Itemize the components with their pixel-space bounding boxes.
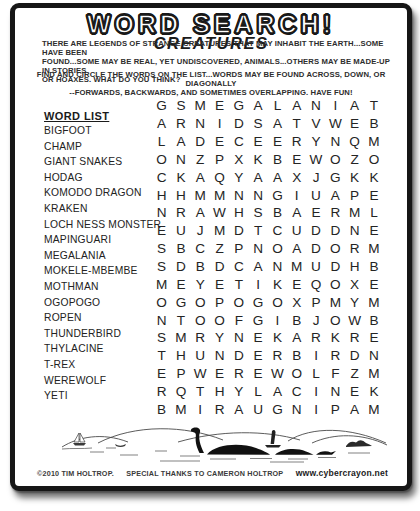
- grid-cell-r18c1[interactable]: B: [152, 400, 171, 418]
- grid-cell-r8c11[interactable]: N: [345, 222, 364, 240]
- grid-cell-r11c2[interactable]: E: [171, 275, 190, 293]
- loch-ness-illustration: [60, 418, 390, 466]
- grid-cell-r5c5[interactable]: Y: [229, 168, 248, 186]
- grid-cell-r13c12[interactable]: B: [364, 311, 383, 329]
- word-list-item: THUNDERBIRD: [44, 326, 161, 342]
- grid-cell-r16c8[interactable]: O: [287, 365, 306, 383]
- grid-cell-r5c2[interactable]: K: [171, 168, 190, 186]
- grid-cell-r1c1[interactable]: G: [152, 97, 171, 115]
- grid-cell-r9c8[interactable]: A: [287, 240, 306, 258]
- word-list-item: BIGFOOT: [44, 123, 161, 139]
- grid-cell-r11c10[interactable]: O: [326, 275, 345, 293]
- grid-cell-r12c1[interactable]: O: [152, 293, 171, 311]
- grid-cell-r15c12[interactable]: N: [364, 347, 383, 365]
- instructions-line-2: --FORWARDS, BACKWARDS, AND SOMETIMES OVE…: [25, 88, 397, 97]
- grid-cell-r15c2[interactable]: H: [171, 347, 190, 365]
- grid-cell-r2c12[interactable]: B: [364, 115, 383, 133]
- grid-cell-r10c11[interactable]: H: [345, 258, 364, 276]
- grid-cell-r1c2[interactable]: S: [171, 97, 190, 115]
- grid-cell-r3c12[interactable]: M: [364, 133, 383, 151]
- grid-cell-r6c8[interactable]: I: [287, 186, 306, 204]
- grid-cell-r9c4[interactable]: Z: [210, 240, 229, 258]
- grid-cell-r16c12[interactable]: M: [364, 365, 383, 383]
- grid-cell-r12c3[interactable]: O: [191, 293, 210, 311]
- grid-cell-r2c8[interactable]: T: [287, 115, 306, 133]
- grid-cell-r2c4[interactable]: I: [210, 115, 229, 133]
- grid-cell-r8c3[interactable]: J: [191, 222, 210, 240]
- grid-cell-r14c2[interactable]: M: [171, 329, 190, 347]
- word-list-item: THYLACINE: [44, 341, 161, 357]
- grid-cell-r14c10[interactable]: K: [326, 329, 345, 347]
- grid-cell-r5c7[interactable]: A: [268, 168, 287, 186]
- grid-cell-r6c10[interactable]: A: [326, 186, 345, 204]
- nessie-neck-head: [191, 427, 204, 453]
- grid-cell-r16c11[interactable]: Z: [345, 365, 364, 383]
- word-list-item: YETI: [44, 388, 161, 404]
- grid-cell-r13c4[interactable]: O: [210, 311, 229, 329]
- grid-cell-r10c3[interactable]: B: [191, 258, 210, 276]
- grid-cell-r16c3[interactable]: W: [191, 365, 210, 383]
- word-list-item: MEGALANIA: [44, 248, 161, 264]
- grid-cell-r15c11[interactable]: D: [345, 347, 364, 365]
- grid-cell-r10c10[interactable]: D: [326, 258, 345, 276]
- grid-cell-r11c9[interactable]: Q: [306, 275, 325, 293]
- grid-cell-r9c3[interactable]: C: [191, 240, 210, 258]
- word-list: BIGFOOTCHAMPGIANT SNAKESHODAGKOMODO DRAG…: [44, 123, 161, 404]
- grid-cell-r18c2[interactable]: M: [171, 400, 190, 418]
- grid-cell-r17c10[interactable]: N: [326, 383, 345, 401]
- grid-cell-r18c9[interactable]: I: [306, 400, 325, 418]
- grid-cell-r14c12[interactable]: E: [364, 329, 383, 347]
- grid-cell-r14c8[interactable]: A: [287, 329, 306, 347]
- grid-cell-r3c1[interactable]: L: [152, 133, 171, 151]
- grid-cell-r7c2[interactable]: R: [171, 204, 190, 222]
- word-list-item: MAPINGUARI: [44, 232, 161, 248]
- grid-cell-r5c4[interactable]: Q: [210, 168, 229, 186]
- grid-cell-r1c9[interactable]: N: [306, 97, 325, 115]
- grid-cell-r16c2[interactable]: P: [171, 365, 190, 383]
- grid-cell-r13c6[interactable]: G: [248, 311, 267, 329]
- grid-cell-r7c12[interactable]: L: [364, 204, 383, 222]
- word-list-item: CHAMP: [44, 139, 161, 155]
- grid-cell-r11c8[interactable]: E: [287, 275, 306, 293]
- grid-cell-r18c6[interactable]: U: [248, 400, 267, 418]
- grid-cell-r14c7[interactable]: K: [268, 329, 287, 347]
- grid-cell-r7c7[interactable]: B: [268, 204, 287, 222]
- word-list-item: OGOPOGO: [44, 295, 161, 311]
- grid-cell-r4c4[interactable]: P: [210, 151, 229, 169]
- grid-cell-r15c7[interactable]: R: [268, 347, 287, 365]
- copyright-text: ©2010 TIM HOLTROP.: [37, 469, 114, 478]
- grid-cell-r5c11[interactable]: K: [345, 168, 364, 186]
- grid-cell-r10c12[interactable]: B: [364, 258, 383, 276]
- nessie-hump-2: [275, 449, 314, 455]
- grid-cell-r6c11[interactable]: P: [345, 186, 364, 204]
- grid-cell-r13c10[interactable]: O: [326, 311, 345, 329]
- grid-cell-r13c2[interactable]: T: [171, 311, 190, 329]
- instructions-text: FIND AND CIRCLE THE WORDS ON THE LIST...…: [25, 70, 397, 97]
- nessie-tail: [316, 451, 336, 455]
- nessie-hump-1: [207, 445, 270, 455]
- grid-cell-r13c5[interactable]: F: [229, 311, 248, 329]
- grid-cell-r4c6[interactable]: K: [248, 151, 267, 169]
- grid-cell-r9c5[interactable]: P: [229, 240, 248, 258]
- grid-cell-r6c2[interactable]: H: [171, 186, 190, 204]
- grid-cell-r16c4[interactable]: E: [210, 365, 229, 383]
- word-list-item: GIANT SNAKES: [44, 154, 161, 170]
- grid-cell-r12c6[interactable]: G: [248, 293, 267, 311]
- grid-cell-r9c11[interactable]: R: [345, 240, 364, 258]
- grid-cell-r18c8[interactable]: N: [287, 400, 306, 418]
- grid-cell-r12c8[interactable]: X: [287, 293, 306, 311]
- grid-cell-r3c6[interactable]: E: [248, 133, 267, 151]
- grid-cell-r10c6[interactable]: A: [248, 258, 267, 276]
- word-list-item: MOTHMAN: [44, 279, 161, 295]
- grid-cell-r1c12[interactable]: T: [364, 97, 383, 115]
- grid-cell-r15c4[interactable]: N: [210, 347, 229, 365]
- grid-cell-r9c9[interactable]: D: [306, 240, 325, 258]
- grid-cell-r17c1[interactable]: R: [152, 383, 171, 401]
- grid-cell-r6c9[interactable]: U: [306, 186, 325, 204]
- grid-cell-r4c8[interactable]: E: [287, 151, 306, 169]
- grid-cell-r5c9[interactable]: J: [306, 168, 325, 186]
- shoreline-left: [62, 448, 92, 449]
- grid-cell-r12c9[interactable]: P: [306, 293, 325, 311]
- grid-cell-r8c2[interactable]: U: [171, 222, 190, 240]
- grid-cell-r8c8[interactable]: U: [287, 222, 306, 240]
- grid-cell-r12c11[interactable]: Y: [345, 293, 364, 311]
- grid-cell-r11c11[interactable]: X: [345, 275, 364, 293]
- grid-cell-r2c5[interactable]: D: [229, 115, 248, 133]
- grid-cell-r9c2[interactable]: B: [171, 240, 190, 258]
- grid-cell-r10c8[interactable]: M: [287, 258, 306, 276]
- word-list-item: MOKELE-MBEMBE: [44, 263, 161, 279]
- grid-cell-r3c9[interactable]: Y: [306, 133, 325, 151]
- grid-cell-r6c6[interactable]: N: [248, 186, 267, 204]
- grid-cell-r9c7[interactable]: O: [268, 240, 287, 258]
- grid-cell-r7c1[interactable]: N: [152, 204, 171, 222]
- grid-cell-r12c12[interactable]: M: [364, 293, 383, 311]
- grid-cell-r1c11[interactable]: A: [345, 97, 364, 115]
- grid-cell-r8c5[interactable]: D: [229, 222, 248, 240]
- grid-cell-r16c7[interactable]: W: [268, 365, 287, 383]
- grid-cell-r1c10[interactable]: I: [326, 97, 345, 115]
- grid-cell-r17c7[interactable]: A: [268, 383, 287, 401]
- grid-cell-r7c3[interactable]: A: [191, 204, 210, 222]
- grid-cell-r7c9[interactable]: E: [306, 204, 325, 222]
- grid-cell-r17c2[interactable]: Q: [171, 383, 190, 401]
- grid-cell-r6c4[interactable]: M: [210, 186, 229, 204]
- grid-cell-r10c2[interactable]: D: [171, 258, 190, 276]
- grid-cell-r10c7[interactable]: N: [268, 258, 287, 276]
- letter-grid: GSMEGALANIATARNIDSATVWEBLADECEERYNQMONZP…: [152, 97, 384, 418]
- grid-cell-r2c6[interactable]: S: [248, 115, 267, 133]
- grid-cell-r10c9[interactable]: U: [306, 258, 325, 276]
- grid-cell-r5c3[interactable]: A: [191, 168, 210, 186]
- grid-cell-r18c12[interactable]: M: [364, 400, 383, 418]
- grid-cell-r13c11[interactable]: W: [345, 311, 364, 329]
- grid-cell-r4c3[interactable]: Z: [191, 151, 210, 169]
- grid-cell-r8c7[interactable]: C: [268, 222, 287, 240]
- grid-cell-r11c12[interactable]: E: [364, 275, 383, 293]
- grid-cell-r3c4[interactable]: E: [210, 133, 229, 151]
- grid-cell-r15c5[interactable]: D: [229, 347, 248, 365]
- grid-cell-r6c7[interactable]: G: [268, 186, 287, 204]
- sailboat-hull: [73, 443, 86, 446]
- grid-cell-r8c4[interactable]: M: [210, 222, 229, 240]
- grid-cell-r18c10[interactable]: P: [326, 400, 345, 418]
- grid-cell-r13c7[interactable]: I: [268, 311, 287, 329]
- grid-cell-r5c8[interactable]: X: [287, 168, 306, 186]
- grid-cell-r9c12[interactable]: M: [364, 240, 383, 258]
- grid-cell-r6c3[interactable]: M: [191, 186, 210, 204]
- grid-cell-r14c4[interactable]: Y: [210, 329, 229, 347]
- word-list-header: WORD LIST: [44, 110, 109, 122]
- word-list-item: T-REX: [44, 357, 161, 373]
- intro-line-1: THERE ARE LEGENDS OF STRANGE CREATURES T…: [42, 39, 394, 57]
- grid-cell-r13c3[interactable]: O: [191, 311, 210, 329]
- grid-cell-r9c1[interactable]: S: [152, 240, 171, 258]
- observer-figure: [271, 430, 276, 444]
- grid-cell-r11c7[interactable]: K: [268, 275, 287, 293]
- grid-cell-r14c1[interactable]: S: [152, 329, 171, 347]
- grid-cell-r16c10[interactable]: F: [326, 365, 345, 383]
- word-list-item: KOMODO DRAGON: [44, 185, 161, 201]
- grid-cell-r2c7[interactable]: A: [268, 115, 287, 133]
- grid-cell-r4c7[interactable]: B: [268, 151, 287, 169]
- grid-cell-r17c5[interactable]: Y: [229, 383, 248, 401]
- grid-cell-r2c2[interactable]: R: [171, 115, 190, 133]
- grid-cell-r12c2[interactable]: G: [171, 293, 190, 311]
- grid-cell-r16c5[interactable]: R: [229, 365, 248, 383]
- grid-cell-r12c5[interactable]: O: [229, 293, 248, 311]
- grid-cell-r15c8[interactable]: B: [287, 347, 306, 365]
- grid-cell-r17c8[interactable]: C: [287, 383, 306, 401]
- word-list-item: LOCH NESS MONSTER: [44, 217, 161, 233]
- grid-cell-r15c9[interactable]: I: [306, 347, 325, 365]
- grid-cell-r7c5[interactable]: H: [229, 204, 248, 222]
- grid-cell-r17c3[interactable]: T: [191, 383, 210, 401]
- grid-cell-r16c6[interactable]: E: [248, 365, 267, 383]
- grid-cell-r1c5[interactable]: G: [229, 97, 248, 115]
- website-link[interactable]: www.cybercrayon.net: [296, 468, 388, 478]
- observer-boat: [265, 445, 281, 448]
- grid-cell-r8c10[interactable]: D: [326, 222, 345, 240]
- grid-cell-r17c9[interactable]: I: [306, 383, 325, 401]
- grid-cell-r8c6[interactable]: T: [248, 222, 267, 240]
- grid-cell-r2c10[interactable]: W: [326, 115, 345, 133]
- grid-cell-r17c12[interactable]: K: [364, 383, 383, 401]
- grid-cell-r6c5[interactable]: N: [229, 186, 248, 204]
- grid-cell-r9c10[interactable]: O: [326, 240, 345, 258]
- grid-cell-r12c7[interactable]: O: [268, 293, 287, 311]
- shore-brush: [346, 440, 372, 447]
- grid-cell-r6c12[interactable]: E: [364, 186, 383, 204]
- grid-cell-r3c2[interactable]: A: [171, 133, 190, 151]
- rowboat-icon: [115, 444, 126, 447]
- word-list-item: HODAG: [44, 170, 161, 186]
- grid-cell-r5c1[interactable]: C: [152, 168, 171, 186]
- grid-cell-r5c10[interactable]: G: [326, 168, 345, 186]
- grid-cell-r5c6[interactable]: A: [248, 168, 267, 186]
- grid-cell-r12c10[interactable]: M: [326, 293, 345, 311]
- grid-cell-r3c7[interactable]: E: [268, 133, 287, 151]
- grid-cell-r10c4[interactable]: D: [210, 258, 229, 276]
- grid-cell-r7c6[interactable]: S: [248, 204, 267, 222]
- word-list-item: ROPEN: [44, 310, 161, 326]
- grid-cell-r11c1[interactable]: M: [152, 275, 171, 293]
- grid-cell-r14c9[interactable]: R: [306, 329, 325, 347]
- grid-cell-r14c3[interactable]: R: [191, 329, 210, 347]
- grid-cell-r17c11[interactable]: E: [345, 383, 364, 401]
- grid-cell-r3c8[interactable]: R: [287, 133, 306, 151]
- grid-cell-r2c11[interactable]: E: [345, 115, 364, 133]
- grid-cell-r8c1[interactable]: E: [152, 222, 171, 240]
- grid-cell-r13c1[interactable]: N: [152, 311, 171, 329]
- grid-cell-r4c2[interactable]: N: [171, 151, 190, 169]
- grid-cell-r4c10[interactable]: O: [326, 151, 345, 169]
- grid-cell-r13c8[interactable]: B: [287, 311, 306, 329]
- grid-cell-r18c3[interactable]: I: [191, 400, 210, 418]
- grid-cell-r7c10[interactable]: R: [326, 204, 345, 222]
- grid-cell-r11c5[interactable]: T: [229, 275, 248, 293]
- grid-cell-r1c6[interactable]: A: [248, 97, 267, 115]
- grid-cell-r1c8[interactable]: A: [287, 97, 306, 115]
- grid-cell-r17c6[interactable]: L: [248, 383, 267, 401]
- grid-cell-r7c4[interactable]: W: [210, 204, 229, 222]
- grid-cell-r13c9[interactable]: J: [306, 311, 325, 329]
- grid-cell-r14c5[interactable]: N: [229, 329, 248, 347]
- grid-cell-r4c5[interactable]: X: [229, 151, 248, 169]
- grid-cell-r14c6[interactable]: E: [248, 329, 267, 347]
- thanks-text: SPECIAL THANKS TO CAMERON HOLTROP: [126, 469, 283, 478]
- grid-cell-r3c3[interactable]: D: [191, 133, 210, 151]
- grid-cell-r4c9[interactable]: W: [306, 151, 325, 169]
- grid-cell-r1c4[interactable]: E: [210, 97, 229, 115]
- grid-cell-r18c11[interactable]: A: [345, 400, 364, 418]
- grid-cell-r18c7[interactable]: G: [268, 400, 287, 418]
- grid-cell-r2c1[interactable]: A: [152, 115, 171, 133]
- grid-cell-r4c1[interactable]: O: [152, 151, 171, 169]
- instructions-line-1: FIND AND CIRCLE THE WORDS ON THE LIST...…: [25, 70, 397, 88]
- grid-cell-r1c7[interactable]: L: [268, 97, 287, 115]
- grid-cell-r3c5[interactable]: C: [229, 133, 248, 151]
- grid-cell-r17c4[interactable]: H: [210, 383, 229, 401]
- grid-cell-r4c12[interactable]: O: [364, 151, 383, 169]
- grid-cell-r3c11[interactable]: Q: [345, 133, 364, 151]
- grid-cell-r16c9[interactable]: L: [306, 365, 325, 383]
- grid-cell-r8c9[interactable]: D: [306, 222, 325, 240]
- grid-cell-r15c3[interactable]: U: [191, 347, 210, 365]
- sailboat-icon: [74, 433, 85, 442]
- grid-cell-r2c3[interactable]: N: [191, 115, 210, 133]
- grid-cell-r15c6[interactable]: E: [248, 347, 267, 365]
- grid-cell-r10c1[interactable]: S: [152, 258, 171, 276]
- grid-cell-r4c11[interactable]: Z: [345, 151, 364, 169]
- word-list-item: KRAKEN: [44, 201, 161, 217]
- puzzle-page: WORD SEARCH! CREATURES THERE ARE LEGENDS…: [10, 3, 412, 491]
- hill-left: [62, 437, 128, 447]
- grid-cell-r2c9[interactable]: V: [306, 115, 325, 133]
- grid-cell-r7c8[interactable]: A: [287, 204, 306, 222]
- footer: ©2010 TIM HOLTROP. SPECIAL THANKS TO CAM…: [37, 468, 388, 478]
- grid-cell-r10c5[interactable]: C: [229, 258, 248, 276]
- grid-cell-r5c12[interactable]: K: [364, 168, 383, 186]
- grid-cell-r8c12[interactable]: E: [364, 222, 383, 240]
- grid-cell-r7c11[interactable]: M: [345, 204, 364, 222]
- grid-cell-r1c3[interactable]: M: [191, 97, 210, 115]
- grid-cell-r18c5[interactable]: A: [229, 400, 248, 418]
- grid-cell-r15c10[interactable]: R: [326, 347, 345, 365]
- grid-cell-r11c6[interactable]: I: [248, 275, 267, 293]
- word-list-item: WEREWOLF: [44, 373, 161, 389]
- grid-cell-r18c4[interactable]: R: [210, 400, 229, 418]
- grid-cell-r9c6[interactable]: N: [248, 240, 267, 258]
- grid-cell-r14c11[interactable]: R: [345, 329, 364, 347]
- grid-cell-r11c3[interactable]: Y: [191, 275, 210, 293]
- grid-cell-r12c4[interactable]: P: [210, 293, 229, 311]
- grid-cell-r6c1[interactable]: H: [152, 186, 171, 204]
- grid-cell-r16c1[interactable]: E: [152, 365, 171, 383]
- grid-cell-r15c1[interactable]: T: [152, 347, 171, 365]
- grid-cell-r3c10[interactable]: N: [326, 133, 345, 151]
- grid-cell-r11c4[interactable]: E: [210, 275, 229, 293]
